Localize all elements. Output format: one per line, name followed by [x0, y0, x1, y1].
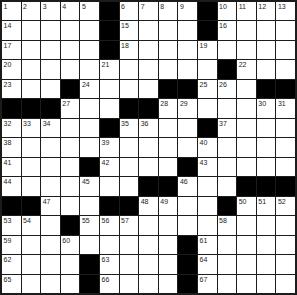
- white-cell[interactable]: [139, 158, 158, 176]
- clue-number: 14: [4, 21, 12, 30]
- white-cell[interactable]: [276, 216, 295, 234]
- white-cell[interactable]: [100, 80, 119, 98]
- white-cell[interactable]: [257, 60, 276, 78]
- white-cell[interactable]: [198, 177, 217, 195]
- white-cell[interactable]: [80, 99, 99, 117]
- black-cell: [198, 119, 217, 137]
- white-cell[interactable]: [139, 236, 158, 254]
- clue-number: 30: [258, 99, 266, 108]
- clue-number: 33: [23, 119, 31, 128]
- white-cell[interactable]: [61, 275, 80, 293]
- clue-number: 16: [219, 21, 227, 30]
- black-cell: [61, 216, 80, 234]
- white-cell[interactable]: 7: [139, 2, 158, 20]
- clue-number: 3: [43, 2, 47, 11]
- clue-number: 12: [258, 2, 266, 11]
- white-cell[interactable]: [178, 119, 197, 137]
- white-cell[interactable]: [80, 119, 99, 137]
- crossword-grid: 1234567891011121314151617181920212223242…: [0, 0, 297, 295]
- white-cell[interactable]: 33: [22, 119, 41, 137]
- white-cell[interactable]: 13: [276, 2, 295, 20]
- white-cell[interactable]: 27: [61, 99, 80, 117]
- clue-number: 50: [239, 197, 247, 206]
- black-cell: [257, 177, 276, 195]
- white-cell[interactable]: [178, 216, 197, 234]
- clue-number: 55: [82, 216, 90, 225]
- white-cell[interactable]: [22, 80, 41, 98]
- white-cell[interactable]: [276, 119, 295, 137]
- white-cell[interactable]: [237, 158, 256, 176]
- clue-number: 53: [4, 216, 12, 225]
- white-cell[interactable]: [276, 41, 295, 59]
- clue-number: 36: [141, 119, 149, 128]
- white-cell[interactable]: 35: [120, 119, 139, 137]
- white-cell[interactable]: 16: [218, 21, 237, 39]
- white-cell[interactable]: 67: [198, 275, 217, 293]
- white-cell[interactable]: [237, 255, 256, 273]
- black-cell: [41, 99, 60, 117]
- white-cell[interactable]: [237, 119, 256, 137]
- white-cell[interactable]: 28: [159, 99, 178, 117]
- white-cell[interactable]: 57: [120, 216, 139, 234]
- white-cell[interactable]: 61: [198, 236, 217, 254]
- white-cell[interactable]: [257, 158, 276, 176]
- clue-number: 35: [121, 119, 129, 128]
- white-cell[interactable]: 6: [120, 2, 139, 20]
- clue-number: 2: [23, 2, 27, 11]
- clue-number: 43: [200, 158, 208, 167]
- white-cell[interactable]: [276, 60, 295, 78]
- black-cell: [276, 177, 295, 195]
- white-cell[interactable]: [41, 158, 60, 176]
- clue-number: 63: [102, 255, 110, 264]
- clue-number: 6: [121, 2, 125, 11]
- white-cell[interactable]: [218, 158, 237, 176]
- white-cell[interactable]: 36: [139, 119, 158, 137]
- clue-number: 37: [219, 119, 227, 128]
- white-cell[interactable]: [159, 275, 178, 293]
- black-cell: [120, 197, 139, 215]
- white-cell[interactable]: 50: [237, 197, 256, 215]
- clue-number: 1: [4, 2, 8, 11]
- white-cell[interactable]: [159, 119, 178, 137]
- white-cell[interactable]: [159, 216, 178, 234]
- white-cell[interactable]: 42: [100, 158, 119, 176]
- white-cell[interactable]: 4: [61, 2, 80, 20]
- black-cell: [178, 158, 197, 176]
- clue-number: 26: [219, 80, 227, 89]
- white-cell[interactable]: 20: [2, 60, 21, 78]
- clue-number: 10: [219, 2, 227, 11]
- clue-number: 42: [102, 158, 110, 167]
- clue-number: 51: [258, 197, 266, 206]
- white-cell[interactable]: 45: [80, 177, 99, 195]
- white-cell[interactable]: [218, 138, 237, 156]
- clue-number: 13: [278, 2, 286, 11]
- black-cell: [178, 80, 197, 98]
- white-cell[interactable]: [159, 158, 178, 176]
- white-cell[interactable]: 19: [198, 41, 217, 59]
- white-cell[interactable]: [41, 21, 60, 39]
- clue-number: 22: [239, 60, 247, 69]
- clue-number: 56: [102, 216, 110, 225]
- clue-number: 46: [180, 177, 188, 186]
- black-cell: [159, 80, 178, 98]
- white-cell[interactable]: [22, 138, 41, 156]
- white-cell[interactable]: [257, 236, 276, 254]
- black-cell: [100, 119, 119, 137]
- white-cell[interactable]: [218, 177, 237, 195]
- white-cell[interactable]: [237, 99, 256, 117]
- white-cell[interactable]: 48: [139, 197, 158, 215]
- white-cell[interactable]: 32: [2, 119, 21, 137]
- white-cell[interactable]: [139, 21, 158, 39]
- white-cell[interactable]: [120, 80, 139, 98]
- white-cell[interactable]: [100, 99, 119, 117]
- white-cell[interactable]: 63: [100, 255, 119, 273]
- clue-number: 23: [4, 80, 12, 89]
- white-cell[interactable]: [159, 60, 178, 78]
- white-cell[interactable]: [237, 216, 256, 234]
- black-cell: [178, 275, 197, 293]
- white-cell[interactable]: [198, 216, 217, 234]
- white-cell[interactable]: [61, 21, 80, 39]
- clue-number: 39: [102, 138, 110, 147]
- white-cell[interactable]: [41, 41, 60, 59]
- black-cell: [80, 255, 99, 273]
- white-cell[interactable]: [22, 275, 41, 293]
- white-cell[interactable]: [178, 41, 197, 59]
- white-cell[interactable]: [257, 138, 276, 156]
- white-cell[interactable]: 39: [100, 138, 119, 156]
- white-cell[interactable]: [41, 177, 60, 195]
- white-cell[interactable]: [178, 60, 197, 78]
- white-cell[interactable]: 43: [198, 158, 217, 176]
- clue-number: 25: [200, 80, 208, 89]
- white-cell[interactable]: [41, 138, 60, 156]
- black-cell: [22, 99, 41, 117]
- white-cell[interactable]: [218, 255, 237, 273]
- white-cell[interactable]: [80, 236, 99, 254]
- clue-number: 41: [4, 158, 12, 167]
- white-cell[interactable]: 55: [80, 216, 99, 234]
- white-cell[interactable]: [139, 80, 158, 98]
- clue-number: 66: [102, 275, 110, 284]
- clue-number: 32: [4, 119, 12, 128]
- white-cell[interactable]: 38: [2, 138, 21, 156]
- clue-number: 24: [82, 80, 90, 89]
- white-cell[interactable]: 37: [218, 119, 237, 137]
- black-cell: [139, 99, 158, 117]
- white-cell[interactable]: [257, 216, 276, 234]
- white-cell[interactable]: [22, 158, 41, 176]
- clue-number: 34: [43, 119, 51, 128]
- white-cell[interactable]: [120, 236, 139, 254]
- clue-number: 18: [121, 41, 129, 50]
- white-cell[interactable]: 47: [41, 197, 60, 215]
- white-cell[interactable]: 52: [276, 197, 295, 215]
- white-cell[interactable]: 25: [198, 80, 217, 98]
- white-cell[interactable]: 66: [100, 275, 119, 293]
- white-cell[interactable]: [22, 255, 41, 273]
- black-cell: [2, 99, 21, 117]
- white-cell[interactable]: [276, 255, 295, 273]
- white-cell[interactable]: [120, 158, 139, 176]
- white-cell[interactable]: 15: [120, 21, 139, 39]
- white-cell[interactable]: [218, 41, 237, 59]
- white-cell[interactable]: 12: [257, 2, 276, 20]
- white-cell[interactable]: 64: [198, 255, 217, 273]
- white-cell[interactable]: [120, 255, 139, 273]
- white-cell[interactable]: 62: [2, 255, 21, 273]
- white-cell[interactable]: [80, 138, 99, 156]
- white-cell[interactable]: [61, 158, 80, 176]
- white-cell[interactable]: [80, 197, 99, 215]
- black-cell: [100, 21, 119, 39]
- white-cell[interactable]: 10: [218, 2, 237, 20]
- white-cell[interactable]: [257, 21, 276, 39]
- clue-number: 44: [4, 177, 12, 186]
- clue-number: 27: [62, 99, 70, 108]
- black-cell: [257, 80, 276, 98]
- white-cell[interactable]: 51: [257, 197, 276, 215]
- white-cell[interactable]: 54: [22, 216, 41, 234]
- clue-number: 38: [4, 138, 12, 147]
- white-cell[interactable]: 18: [120, 41, 139, 59]
- white-cell[interactable]: [257, 255, 276, 273]
- white-cell[interactable]: [276, 138, 295, 156]
- white-cell[interactable]: [61, 119, 80, 137]
- white-cell[interactable]: [139, 255, 158, 273]
- black-cell: [198, 2, 217, 20]
- white-cell[interactable]: [159, 138, 178, 156]
- white-cell[interactable]: [120, 177, 139, 195]
- clue-number: 45: [82, 177, 90, 186]
- clue-number: 15: [121, 21, 129, 30]
- white-cell[interactable]: [61, 138, 80, 156]
- white-cell[interactable]: 46: [178, 177, 197, 195]
- white-cell[interactable]: [41, 236, 60, 254]
- white-cell[interactable]: [80, 60, 99, 78]
- clue-number: 61: [200, 236, 208, 245]
- clue-number: 28: [160, 99, 168, 108]
- clue-number: 21: [102, 60, 110, 69]
- clue-number: 52: [278, 197, 286, 206]
- white-cell[interactable]: 53: [2, 216, 21, 234]
- clue-number: 40: [200, 138, 208, 147]
- black-cell: [276, 80, 295, 98]
- black-cell: [100, 41, 119, 59]
- black-cell: [178, 236, 197, 254]
- white-cell[interactable]: [120, 275, 139, 293]
- white-cell[interactable]: [257, 41, 276, 59]
- clue-number: 5: [82, 2, 86, 11]
- black-cell: [198, 21, 217, 39]
- white-cell[interactable]: 58: [218, 216, 237, 234]
- clue-number: 31: [278, 99, 286, 108]
- white-cell[interactable]: [276, 158, 295, 176]
- white-cell[interactable]: 22: [237, 60, 256, 78]
- white-cell[interactable]: 40: [198, 138, 217, 156]
- white-cell[interactable]: [139, 41, 158, 59]
- clue-number: 48: [141, 197, 149, 206]
- clue-number: 62: [4, 255, 12, 264]
- white-cell[interactable]: 29: [178, 99, 197, 117]
- black-cell: [22, 197, 41, 215]
- white-cell[interactable]: [41, 255, 60, 273]
- white-cell[interactable]: [120, 138, 139, 156]
- black-cell: [80, 275, 99, 293]
- white-cell[interactable]: 21: [100, 60, 119, 78]
- white-cell[interactable]: [198, 60, 217, 78]
- white-cell[interactable]: 65: [2, 275, 21, 293]
- white-cell[interactable]: 30: [257, 99, 276, 117]
- black-cell: [100, 197, 119, 215]
- clue-number: 19: [200, 41, 208, 50]
- white-cell[interactable]: [257, 119, 276, 137]
- white-cell[interactable]: [237, 41, 256, 59]
- white-cell[interactable]: 44: [2, 177, 21, 195]
- white-cell[interactable]: [41, 60, 60, 78]
- white-cell[interactable]: 34: [41, 119, 60, 137]
- white-cell[interactable]: [100, 177, 119, 195]
- white-cell[interactable]: 1: [2, 2, 21, 20]
- clue-number: 29: [180, 99, 188, 108]
- white-cell[interactable]: [22, 60, 41, 78]
- white-cell[interactable]: [61, 255, 80, 273]
- white-cell[interactable]: [237, 21, 256, 39]
- clue-number: 9: [180, 2, 184, 11]
- black-cell: [139, 177, 158, 195]
- white-cell[interactable]: [61, 197, 80, 215]
- white-cell[interactable]: [198, 99, 217, 117]
- white-cell[interactable]: [178, 197, 197, 215]
- white-cell[interactable]: [178, 138, 197, 156]
- white-cell[interactable]: [61, 41, 80, 59]
- clue-number: 58: [219, 216, 227, 225]
- white-cell[interactable]: 24: [80, 80, 99, 98]
- white-cell[interactable]: [178, 21, 197, 39]
- black-cell: [159, 177, 178, 195]
- white-cell[interactable]: [159, 255, 178, 273]
- white-cell[interactable]: [159, 21, 178, 39]
- white-cell[interactable]: [41, 275, 60, 293]
- white-cell[interactable]: [198, 197, 217, 215]
- clue-number: 47: [43, 197, 51, 206]
- white-cell[interactable]: [61, 177, 80, 195]
- white-cell[interactable]: [120, 60, 139, 78]
- clue-number: 11: [239, 2, 246, 11]
- white-cell[interactable]: [257, 275, 276, 293]
- white-cell[interactable]: [237, 80, 256, 98]
- white-cell[interactable]: 17: [2, 41, 21, 59]
- white-cell[interactable]: 60: [61, 236, 80, 254]
- black-cell: [218, 197, 237, 215]
- white-cell[interactable]: [139, 275, 158, 293]
- white-cell[interactable]: [22, 21, 41, 39]
- white-cell[interactable]: 8: [159, 2, 178, 20]
- white-cell[interactable]: 5: [80, 2, 99, 20]
- clue-number: 17: [4, 41, 12, 50]
- white-cell[interactable]: [100, 236, 119, 254]
- white-cell[interactable]: [139, 60, 158, 78]
- white-cell[interactable]: [276, 275, 295, 293]
- white-cell[interactable]: [218, 275, 237, 293]
- white-cell[interactable]: [61, 60, 80, 78]
- clue-number: 59: [4, 236, 12, 245]
- clue-number: 8: [160, 2, 164, 11]
- clue-number: 20: [4, 60, 12, 69]
- white-cell[interactable]: [41, 216, 60, 234]
- white-cell[interactable]: 2: [22, 2, 41, 20]
- white-cell[interactable]: 11: [237, 2, 256, 20]
- black-cell: [80, 158, 99, 176]
- clue-number: 54: [23, 216, 31, 225]
- black-cell: [178, 255, 197, 273]
- white-cell[interactable]: [237, 236, 256, 254]
- black-cell: [2, 197, 21, 215]
- white-cell[interactable]: [139, 216, 158, 234]
- white-cell[interactable]: [139, 138, 158, 156]
- white-cell[interactable]: 41: [2, 158, 21, 176]
- black-cell: [120, 99, 139, 117]
- black-cell: [61, 80, 80, 98]
- white-cell[interactable]: [159, 236, 178, 254]
- clue-number: 49: [160, 197, 168, 206]
- black-cell: [218, 60, 237, 78]
- white-cell[interactable]: [276, 21, 295, 39]
- white-cell[interactable]: 49: [159, 197, 178, 215]
- white-cell[interactable]: [22, 41, 41, 59]
- clue-number: 4: [62, 2, 66, 11]
- white-cell[interactable]: [159, 41, 178, 59]
- clue-number: 67: [200, 275, 208, 284]
- white-cell[interactable]: [41, 80, 60, 98]
- white-cell[interactable]: 31: [276, 99, 295, 117]
- white-cell[interactable]: 14: [2, 21, 21, 39]
- black-cell: [237, 177, 256, 195]
- white-cell[interactable]: [237, 275, 256, 293]
- white-cell[interactable]: [22, 177, 41, 195]
- clue-number: 64: [200, 255, 208, 264]
- clue-number: 7: [141, 2, 145, 11]
- black-cell: [100, 2, 119, 20]
- clue-number: 60: [62, 236, 70, 245]
- white-cell[interactable]: [218, 99, 237, 117]
- white-cell[interactable]: [80, 21, 99, 39]
- clue-number: 65: [4, 275, 12, 284]
- white-cell[interactable]: 3: [41, 2, 60, 20]
- white-cell[interactable]: [22, 236, 41, 254]
- white-cell[interactable]: 26: [218, 80, 237, 98]
- white-cell[interactable]: 59: [2, 236, 21, 254]
- clue-number: 57: [121, 216, 129, 225]
- white-cell[interactable]: 9: [178, 2, 197, 20]
- white-cell[interactable]: 23: [2, 80, 21, 98]
- white-cell[interactable]: [237, 138, 256, 156]
- white-cell[interactable]: [80, 41, 99, 59]
- white-cell[interactable]: [276, 236, 295, 254]
- white-cell[interactable]: 56: [100, 216, 119, 234]
- white-cell[interactable]: [218, 236, 237, 254]
